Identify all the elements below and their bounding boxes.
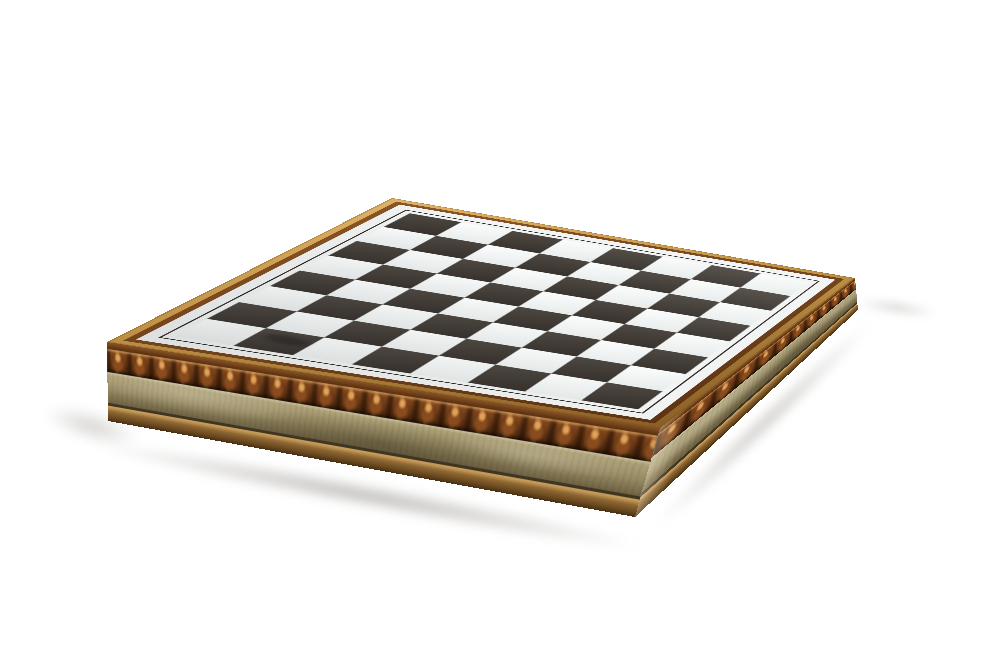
photo-scene [0, 0, 1000, 666]
cast-shadow-right-streak [854, 296, 939, 320]
